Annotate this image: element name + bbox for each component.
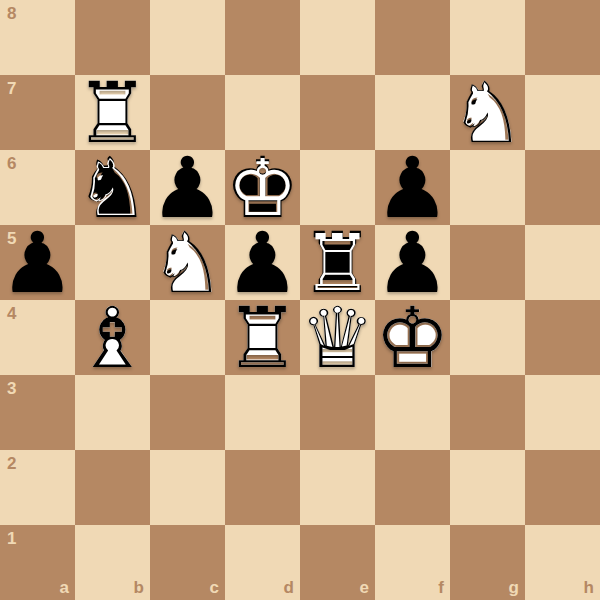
square-h1[interactable]: h <box>525 525 600 600</box>
black-pawn-piece[interactable]: ♟ <box>225 225 300 300</box>
square-a1[interactable]: 1a <box>0 525 75 600</box>
square-d4[interactable]: ♜♖ <box>225 300 300 375</box>
rank-label-8: 8 <box>7 5 16 22</box>
square-h5[interactable] <box>525 225 600 300</box>
square-g7[interactable]: ♞♘ <box>450 75 525 150</box>
black-pawn-piece[interactable]: ♟ <box>375 225 450 300</box>
piece-fill-glyph: ♞ <box>75 150 150 225</box>
piece-fill-glyph: ♝ <box>75 300 150 375</box>
rank-label-4: 4 <box>7 305 16 322</box>
square-a5[interactable]: ♟5 <box>0 225 75 300</box>
square-g6[interactable] <box>450 150 525 225</box>
piece-outline-glyph: ♖ <box>75 75 150 150</box>
square-a6[interactable]: 6 <box>0 150 75 225</box>
square-d5[interactable]: ♟ <box>225 225 300 300</box>
rank-label-5: 5 <box>7 230 16 247</box>
square-f8[interactable] <box>375 0 450 75</box>
square-d3[interactable] <box>225 375 300 450</box>
file-label-g: g <box>509 579 519 596</box>
square-g4[interactable] <box>450 300 525 375</box>
square-g2[interactable] <box>450 450 525 525</box>
square-b1[interactable]: b <box>75 525 150 600</box>
square-b8[interactable] <box>75 0 150 75</box>
piece-fill-glyph: ♚ <box>225 150 300 225</box>
square-g3[interactable] <box>450 375 525 450</box>
square-a3[interactable]: 3 <box>0 375 75 450</box>
square-e5[interactable]: ♜♖ <box>300 225 375 300</box>
square-a7[interactable]: 7 <box>0 75 75 150</box>
piece-fill-glyph: ♟ <box>225 225 300 300</box>
square-e4[interactable]: ♛♕ <box>300 300 375 375</box>
file-label-b: b <box>134 579 144 596</box>
square-a8[interactable]: 8 <box>0 0 75 75</box>
square-b6[interactable]: ♞♘ <box>75 150 150 225</box>
white-rook-piece[interactable]: ♜♖ <box>75 75 150 150</box>
square-f4[interactable]: ♚♔ <box>375 300 450 375</box>
piece-fill-glyph: ♟ <box>150 150 225 225</box>
square-c6[interactable]: ♟ <box>150 150 225 225</box>
piece-fill-glyph: ♞ <box>450 75 525 150</box>
square-h8[interactable] <box>525 0 600 75</box>
piece-outline-glyph: ♗ <box>75 300 150 375</box>
square-h4[interactable] <box>525 300 600 375</box>
black-rook-piece[interactable]: ♜♖ <box>300 225 375 300</box>
square-h7[interactable] <box>525 75 600 150</box>
black-king-piece[interactable]: ♚♔ <box>225 150 300 225</box>
piece-fill-glyph: ♞ <box>150 225 225 300</box>
piece-fill-glyph: ♜ <box>75 75 150 150</box>
square-b7[interactable]: ♜♖ <box>75 75 150 150</box>
square-d6[interactable]: ♚♔ <box>225 150 300 225</box>
file-label-c: c <box>210 579 219 596</box>
piece-outline-glyph: ♘ <box>150 225 225 300</box>
square-b2[interactable] <box>75 450 150 525</box>
file-label-h: h <box>584 579 594 596</box>
white-bishop-piece[interactable]: ♝♗ <box>75 300 150 375</box>
black-pawn-piece[interactable]: ♟ <box>150 150 225 225</box>
square-f1[interactable]: f <box>375 525 450 600</box>
piece-outline-glyph: ♖ <box>225 300 300 375</box>
rank-label-6: 6 <box>7 155 16 172</box>
square-c3[interactable] <box>150 375 225 450</box>
file-label-e: e <box>360 579 369 596</box>
piece-outline-glyph: ♔ <box>375 300 450 375</box>
square-b5[interactable] <box>75 225 150 300</box>
black-knight-piece[interactable]: ♞♘ <box>75 150 150 225</box>
square-f3[interactable] <box>375 375 450 450</box>
rank-label-7: 7 <box>7 80 16 97</box>
square-d7[interactable] <box>225 75 300 150</box>
square-c4[interactable] <box>150 300 225 375</box>
square-e3[interactable] <box>300 375 375 450</box>
square-g5[interactable] <box>450 225 525 300</box>
square-f5[interactable]: ♟ <box>375 225 450 300</box>
square-b4[interactable]: ♝♗ <box>75 300 150 375</box>
square-c8[interactable] <box>150 0 225 75</box>
chess-board: 87♜♖♞♘6♞♘♟♚♔♟♟5♞♘♟♜♖♟4♝♗♜♖♛♕♚♔321abcdefg… <box>0 0 600 600</box>
square-a4[interactable]: 4 <box>0 300 75 375</box>
rank-label-2: 2 <box>7 455 16 472</box>
rank-label-1: 1 <box>7 530 16 547</box>
piece-fill-glyph: ♟ <box>375 225 450 300</box>
square-f7[interactable] <box>375 75 450 150</box>
square-d8[interactable] <box>225 0 300 75</box>
white-knight-piece[interactable]: ♞♘ <box>450 75 525 150</box>
square-b3[interactable] <box>75 375 150 450</box>
piece-outline-glyph: ♕ <box>300 300 375 375</box>
square-c1[interactable]: c <box>150 525 225 600</box>
square-h3[interactable] <box>525 375 600 450</box>
square-e6[interactable] <box>300 150 375 225</box>
piece-fill-glyph: ♚ <box>375 300 450 375</box>
piece-outline-glyph: ♘ <box>450 75 525 150</box>
white-rook-piece[interactable]: ♜♖ <box>225 300 300 375</box>
piece-outline-glyph: ♔ <box>228 153 298 223</box>
square-f2[interactable] <box>375 450 450 525</box>
square-h6[interactable] <box>525 150 600 225</box>
square-c2[interactable] <box>150 450 225 525</box>
rank-label-3: 3 <box>7 380 16 397</box>
file-label-a: a <box>60 579 69 596</box>
white-king-piece[interactable]: ♚♔ <box>375 300 450 375</box>
black-pawn-piece[interactable]: ♟ <box>375 150 450 225</box>
square-e1[interactable]: e <box>300 525 375 600</box>
square-d2[interactable] <box>225 450 300 525</box>
piece-outline-glyph: ♘ <box>78 153 148 223</box>
white-queen-piece[interactable]: ♛♕ <box>300 300 375 375</box>
white-knight-piece[interactable]: ♞♘ <box>150 225 225 300</box>
piece-fill-glyph: ♟ <box>375 150 450 225</box>
square-e7[interactable] <box>300 75 375 150</box>
square-a2[interactable]: 2 <box>0 450 75 525</box>
square-e2[interactable] <box>300 450 375 525</box>
square-c5[interactable]: ♞♘ <box>150 225 225 300</box>
square-g1[interactable]: g <box>450 525 525 600</box>
square-c7[interactable] <box>150 75 225 150</box>
square-d1[interactable]: d <box>225 525 300 600</box>
file-label-f: f <box>438 579 444 596</box>
piece-outline-glyph: ♖ <box>303 228 373 298</box>
square-e8[interactable] <box>300 0 375 75</box>
piece-fill-glyph: ♛ <box>300 300 375 375</box>
piece-fill-glyph: ♜ <box>225 300 300 375</box>
square-f6[interactable]: ♟ <box>375 150 450 225</box>
square-g8[interactable] <box>450 0 525 75</box>
square-h2[interactable] <box>525 450 600 525</box>
file-label-d: d <box>284 579 294 596</box>
piece-fill-glyph: ♜ <box>300 225 375 300</box>
